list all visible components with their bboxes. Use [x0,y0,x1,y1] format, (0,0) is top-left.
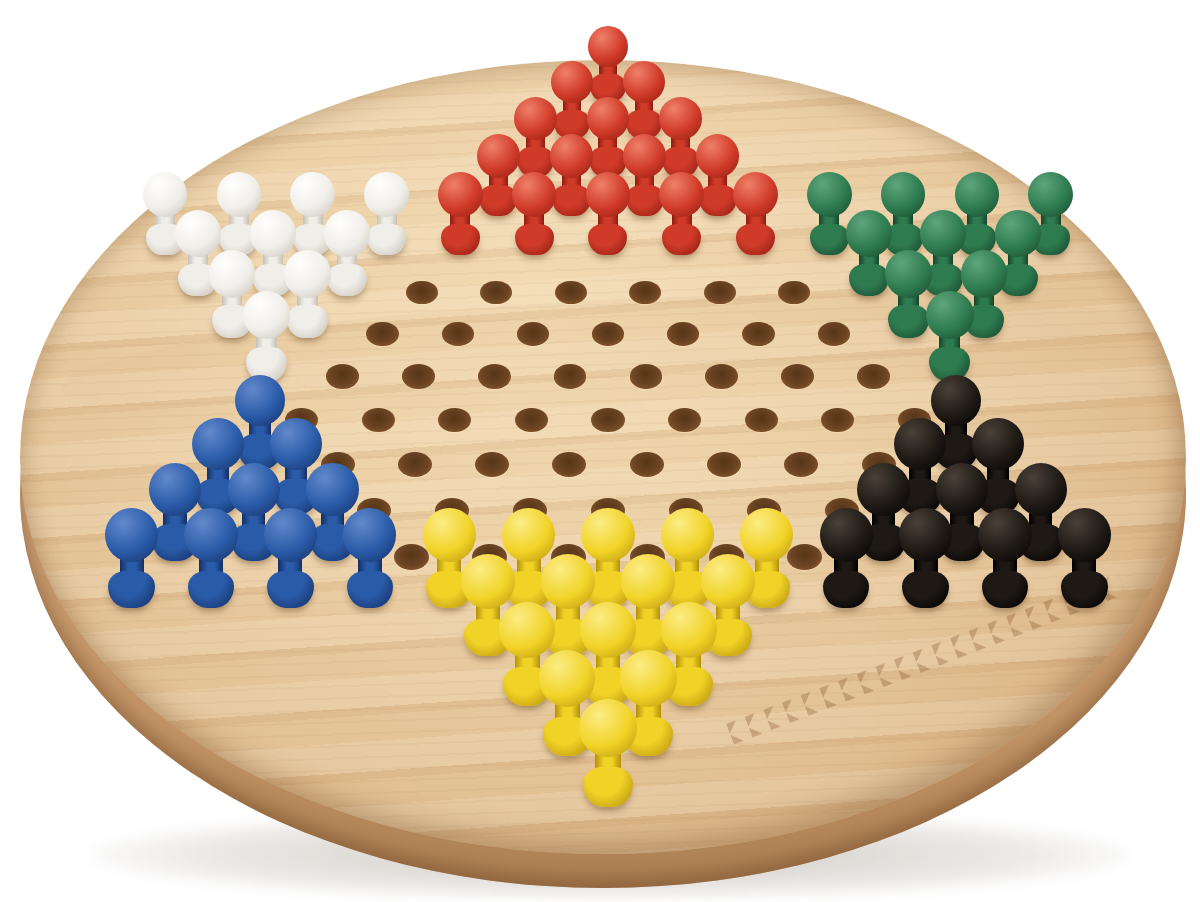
peg-foot-white [327,264,367,296]
peg-head-red [733,172,778,217]
peg-foot-blue [188,571,235,608]
peg-white[interactable] [241,291,292,381]
hole[interactable] [818,322,850,346]
hole[interactable] [480,281,512,305]
peg-black[interactable] [818,508,875,608]
hole[interactable] [857,364,890,388]
peg-head-black [978,508,1031,562]
peg-head-blue [264,508,317,562]
hole[interactable] [442,322,474,346]
peg-head-blue [343,508,396,562]
peg-foot-blue [267,571,314,608]
hole[interactable] [781,364,814,388]
hole[interactable] [402,364,435,388]
peg-foot-green [810,224,849,255]
peg-foot-red [662,224,701,255]
peg-red[interactable] [732,172,780,256]
hole[interactable] [630,452,664,477]
hole[interactable] [592,322,624,346]
peg-foot-red [588,224,627,255]
hole[interactable] [406,281,438,305]
hole[interactable] [705,364,738,388]
peg-head-black [1058,508,1111,562]
peg-blue[interactable] [103,508,160,608]
peg-black[interactable] [977,508,1034,608]
peg-head-blue [105,508,158,562]
hole[interactable] [667,322,699,346]
peg-foot-black [1061,571,1108,608]
peg-foot-yellow [583,767,633,807]
hole[interactable] [630,364,663,388]
hole[interactable] [591,408,624,433]
hole[interactable] [517,322,549,346]
peg-foot-blue [347,571,394,608]
peg-foot-green [849,264,889,296]
peg-black[interactable] [1056,508,1113,608]
peg-head-red [512,172,557,217]
peg-red[interactable] [437,172,485,256]
peg-foot-black [823,571,870,608]
peg-head-black [899,508,952,562]
chinese-checkers-photo [0,0,1200,902]
peg-foot-red [441,224,480,255]
peg-head-black [820,508,873,562]
peg-yellow[interactable] [577,699,638,807]
peg-head-red [586,172,631,217]
peg-head-red [438,172,483,217]
hole[interactable] [742,322,774,346]
peg-head-blue [184,508,237,562]
peg-head-green [926,291,974,340]
hole[interactable] [555,281,587,305]
hole[interactable] [478,364,511,388]
peg-foot-white [367,224,406,255]
hole[interactable] [398,452,432,477]
peg-red[interactable] [658,172,706,256]
peg-black[interactable] [897,508,954,608]
hole[interactable] [554,364,587,388]
peg-foot-red [736,224,775,255]
hole[interactable] [366,322,398,346]
peg-blue[interactable] [262,508,319,608]
peg-foot-blue [108,571,155,608]
peg-foot-white [287,305,328,338]
hole[interactable] [704,281,736,305]
peg-head-yellow [579,699,637,757]
peg-head-red [659,172,704,217]
hole[interactable] [778,281,810,305]
peg-red[interactable] [510,172,558,256]
hole[interactable] [326,364,359,388]
peg-foot-black [982,571,1029,608]
peg-green[interactable] [924,291,975,381]
peg-blue[interactable] [341,508,398,608]
peg-foot-red [515,224,554,255]
peg-foot-black [902,571,949,608]
hole[interactable] [629,281,661,305]
peg-blue[interactable] [183,508,240,608]
peg-head-white [243,291,291,340]
peg-red[interactable] [584,172,632,256]
peg-foot-green [888,305,929,338]
